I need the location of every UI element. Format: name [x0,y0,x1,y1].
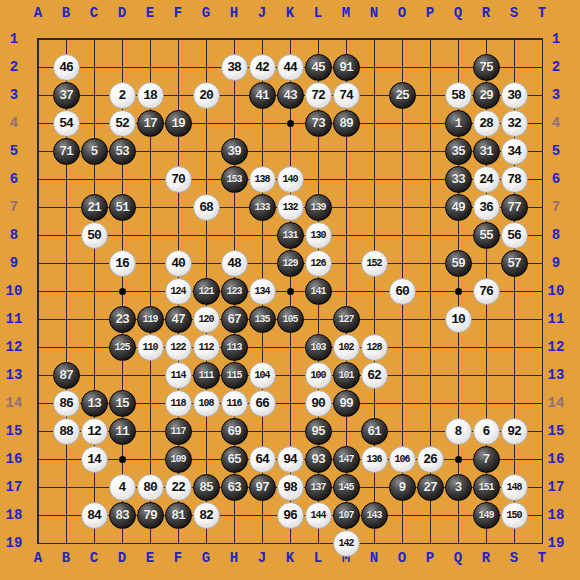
stone-move-number: 1 [455,116,462,131]
stone-move-number: 33 [451,172,465,187]
stone-move-number: 106 [394,454,409,465]
stone-J17: 97 [249,474,276,501]
stone-L14: 90 [305,390,332,417]
stone-F10: 124 [165,278,192,305]
stone-K11: 105 [277,306,304,333]
stone-move-number: 107 [338,510,353,521]
stone-move-number: 110 [142,342,157,353]
stone-K6: 140 [277,166,304,193]
stone-Q6: 33 [445,166,472,193]
stone-move-number: 73 [311,116,325,131]
stone-K7: 132 [277,194,304,221]
stone-S8: 56 [501,222,528,249]
stone-R17: 151 [473,474,500,501]
stone-H6: 153 [221,166,248,193]
stone-K8: 131 [277,222,304,249]
coord-label-P: P [416,3,444,23]
stone-O10: 60 [389,278,416,305]
stone-move-number: 66 [255,396,269,411]
coord-label-K: K [276,3,304,23]
stone-K17: 98 [277,474,304,501]
coord-label-A: A [24,3,52,23]
stone-Q4: 1 [445,110,472,137]
stone-J13: 104 [249,362,276,389]
stone-move-number: 35 [451,144,465,159]
stone-move-number: 32 [507,116,521,131]
stone-move-number: 86 [59,396,73,411]
stone-move-number: 82 [199,508,213,523]
stone-S15: 92 [501,418,528,445]
stone-move-number: 12 [87,424,101,439]
stone-L9: 126 [305,250,332,277]
stone-G18: 82 [193,502,220,529]
star-point-D16 [119,456,126,463]
stone-G11: 120 [193,306,220,333]
stone-D9: 16 [109,250,136,277]
stone-move-number: 71 [59,144,73,159]
stone-move-number: 49 [451,200,465,215]
stone-K16: 94 [277,446,304,473]
stone-B15: 88 [53,418,80,445]
stone-move-number: 36 [479,200,493,215]
stone-move-number: 81 [171,508,185,523]
stone-move-number: 47 [171,312,185,327]
stone-F4: 19 [165,110,192,137]
coord-label-G: G [192,3,220,23]
stone-Q3: 58 [445,82,472,109]
stone-move-number: 52 [115,116,129,131]
stone-D15: 11 [109,418,136,445]
stone-move-number: 74 [339,88,353,103]
stone-H11: 67 [221,306,248,333]
stone-move-number: 64 [255,452,269,467]
stone-F9: 40 [165,250,192,277]
stone-move-number: 94 [283,452,297,467]
stone-move-number: 89 [339,116,353,131]
stone-L15: 95 [305,418,332,445]
stone-S9: 57 [501,250,528,277]
coord-label-Q: Q [444,3,472,23]
stone-move-number: 19 [171,116,185,131]
stone-move-number: 88 [59,424,73,439]
stone-move-number: 13 [87,396,101,411]
stone-D11: 23 [109,306,136,333]
stone-move-number: 111 [198,370,213,381]
stone-L8: 130 [305,222,332,249]
stone-C8: 50 [81,222,108,249]
stone-move-number: 43 [283,88,297,103]
stone-C5: 5 [81,138,108,165]
stone-move-number: 63 [227,480,241,495]
stone-R2: 75 [473,54,500,81]
stone-Q15: 8 [445,418,472,445]
stone-L2: 45 [305,54,332,81]
stone-move-number: 118 [170,398,185,409]
stone-R5: 31 [473,138,500,165]
stone-move-number: 31 [479,144,493,159]
stone-move-number: 6 [483,424,490,439]
stone-Q7: 49 [445,194,472,221]
stone-move-number: 37 [59,88,73,103]
stone-L16: 93 [305,446,332,473]
stone-N13: 62 [361,362,388,389]
stone-move-number: 75 [479,60,493,75]
stone-move-number: 57 [507,256,521,271]
stone-B4: 54 [53,110,80,137]
stone-move-number: 127 [338,314,353,325]
stone-move-number: 15 [115,396,129,411]
stone-move-number: 58 [451,88,465,103]
stone-R7: 36 [473,194,500,221]
stone-move-number: 131 [282,230,297,241]
stone-move-number: 142 [338,538,353,549]
stone-L4: 73 [305,110,332,137]
stone-R16: 7 [473,446,500,473]
stone-P17: 27 [417,474,444,501]
stone-move-number: 22 [171,480,185,495]
stone-L18: 144 [305,502,332,529]
coord-label-N: N [360,3,388,23]
stone-move-number: 50 [87,228,101,243]
stone-F14: 118 [165,390,192,417]
stone-J16: 64 [249,446,276,473]
stone-move-number: 40 [171,256,185,271]
stone-move-number: 133 [254,202,269,213]
star-point-Q10 [455,288,462,295]
stone-H15: 69 [221,418,248,445]
stone-move-number: 39 [227,144,241,159]
stone-move-number: 16 [115,256,129,271]
stone-H9: 48 [221,250,248,277]
stone-move-number: 151 [478,482,493,493]
stone-move-number: 54 [59,116,73,131]
stone-M3: 74 [333,82,360,109]
stone-B13: 87 [53,362,80,389]
stone-move-number: 56 [507,228,521,243]
stone-L12: 103 [305,334,332,361]
stone-move-number: 138 [254,174,269,185]
stone-move-number: 11 [115,424,129,439]
stone-R10: 76 [473,278,500,305]
stone-E3: 18 [137,82,164,109]
stone-C16: 14 [81,446,108,473]
stone-L7: 139 [305,194,332,221]
stone-move-number: 23 [115,312,129,327]
stone-D4: 52 [109,110,136,137]
coord-label-E: E [136,3,164,23]
stone-H14: 116 [221,390,248,417]
stone-H10: 123 [221,278,248,305]
stone-move-number: 65 [227,452,241,467]
stone-move-number: 132 [282,202,297,213]
stone-move-number: 8 [455,424,462,439]
stone-move-number: 122 [170,342,185,353]
stone-J2: 42 [249,54,276,81]
stone-move-number: 135 [254,314,269,325]
stone-R3: 29 [473,82,500,109]
stone-move-number: 97 [255,480,269,495]
stone-B3: 37 [53,82,80,109]
coord-label-J: J [248,3,276,23]
stone-move-number: 61 [367,424,381,439]
stone-move-number: 112 [198,342,213,353]
stone-move-number: 26 [423,452,437,467]
stone-move-number: 105 [282,314,297,325]
stone-move-number: 38 [227,60,241,75]
stone-move-number: 91 [339,60,353,75]
stone-move-number: 130 [310,230,325,241]
stone-move-number: 9 [399,480,406,495]
stone-move-number: 128 [366,342,381,353]
stone-move-number: 93 [311,452,325,467]
stone-move-number: 152 [366,258,381,269]
stone-O3: 25 [389,82,416,109]
stone-move-number: 109 [170,454,185,465]
stone-M16: 147 [333,446,360,473]
stone-L3: 72 [305,82,332,109]
stone-move-number: 95 [311,424,325,439]
stone-move-number: 34 [507,144,521,159]
star-point-Q16 [455,456,462,463]
stone-move-number: 85 [199,480,213,495]
stone-move-number: 77 [507,200,521,215]
stone-H2: 38 [221,54,248,81]
stone-move-number: 53 [115,144,129,159]
stone-N15: 61 [361,418,388,445]
stone-move-number: 4 [119,480,126,495]
stone-B2: 46 [53,54,80,81]
stone-N12: 128 [361,334,388,361]
stone-move-number: 44 [283,60,297,75]
stone-F12: 122 [165,334,192,361]
stone-O16: 106 [389,446,416,473]
star-point-K10 [287,288,294,295]
stone-D3: 2 [109,82,136,109]
stone-G14: 108 [193,390,220,417]
go-board-frame: ABCDEFGHJKLMNOPQRST ABCDEFGHJKLMNOPQRST … [0,0,580,580]
stone-S17: 148 [501,474,528,501]
stone-move-number: 30 [507,88,521,103]
stone-M14: 99 [333,390,360,417]
stone-move-number: 92 [507,424,521,439]
stone-move-number: 46 [59,60,73,75]
stone-H5: 39 [221,138,248,165]
stone-move-number: 83 [115,508,129,523]
stone-move-number: 136 [366,454,381,465]
stone-M18: 107 [333,502,360,529]
stone-move-number: 103 [310,342,325,353]
stone-move-number: 108 [198,398,213,409]
stone-K9: 129 [277,250,304,277]
stone-L10: 141 [305,278,332,305]
stone-E12: 110 [137,334,164,361]
coord-label-C: C [80,3,108,23]
stone-move-number: 17 [143,116,157,131]
stone-Q17: 3 [445,474,472,501]
stone-move-number: 148 [506,482,521,493]
stone-C18: 84 [81,502,108,529]
stone-N9: 152 [361,250,388,277]
coord-label-H: H [220,3,248,23]
stone-F13: 114 [165,362,192,389]
stone-move-number: 25 [395,88,409,103]
stone-move-number: 143 [366,510,381,521]
stone-move-number: 20 [199,88,213,103]
stone-move-number: 137 [310,482,325,493]
stone-F16: 109 [165,446,192,473]
stone-L13: 100 [305,362,332,389]
stone-M12: 102 [333,334,360,361]
stone-move-number: 100 [310,370,325,381]
stone-move-number: 98 [283,480,297,495]
stone-move-number: 90 [311,396,325,411]
stone-move-number: 102 [338,342,353,353]
stone-move-number: 149 [478,510,493,521]
coord-label-D: D [108,3,136,23]
stone-N16: 136 [361,446,388,473]
coord-label-L: L [304,3,332,23]
stone-move-number: 115 [226,370,241,381]
stone-R15: 6 [473,418,500,445]
stone-move-number: 62 [367,368,381,383]
stone-B14: 86 [53,390,80,417]
stone-J11: 135 [249,306,276,333]
coord-label-R: R [472,3,500,23]
stone-move-number: 79 [143,508,157,523]
stone-H16: 65 [221,446,248,473]
stone-move-number: 18 [143,88,157,103]
stone-R6: 24 [473,166,500,193]
stone-Q11: 10 [445,306,472,333]
stone-K18: 96 [277,502,304,529]
stone-move-number: 3 [455,480,462,495]
stone-move-number: 14 [87,452,101,467]
stone-move-number: 72 [311,88,325,103]
stone-F15: 117 [165,418,192,445]
stone-move-number: 104 [254,370,269,381]
stone-G10: 121 [193,278,220,305]
stone-E17: 80 [137,474,164,501]
stone-move-number: 120 [198,314,213,325]
stone-H13: 115 [221,362,248,389]
stone-G13: 111 [193,362,220,389]
stone-C14: 13 [81,390,108,417]
stone-G7: 68 [193,194,220,221]
stone-move-number: 129 [282,258,297,269]
stone-move-number: 116 [226,398,241,409]
stone-move-number: 119 [142,314,157,325]
stone-H17: 63 [221,474,248,501]
stone-R18: 149 [473,502,500,529]
stone-move-number: 59 [451,256,465,271]
stone-move-number: 69 [227,424,241,439]
coord-label-F: F [164,3,192,23]
stone-D17: 4 [109,474,136,501]
stone-S7: 77 [501,194,528,221]
stone-move-number: 147 [338,454,353,465]
stone-D14: 15 [109,390,136,417]
coord-label-M: M [332,3,360,23]
stone-F6: 70 [165,166,192,193]
stone-M19: 142 [333,530,360,557]
stone-move-number: 78 [507,172,521,187]
stone-D18: 83 [109,502,136,529]
stone-M2: 91 [333,54,360,81]
stone-move-number: 87 [59,368,73,383]
stone-move-number: 141 [310,286,325,297]
stone-move-number: 76 [479,284,493,299]
stone-S5: 34 [501,138,528,165]
stone-E11: 119 [137,306,164,333]
stone-move-number: 134 [254,286,269,297]
stone-move-number: 27 [423,480,437,495]
stone-move-number: 68 [199,200,213,215]
stone-move-number: 126 [310,258,325,269]
stone-M17: 145 [333,474,360,501]
stone-J6: 138 [249,166,276,193]
stone-move-number: 125 [114,342,129,353]
stone-M13: 101 [333,362,360,389]
stone-move-number: 24 [479,172,493,187]
stone-move-number: 121 [198,286,213,297]
stone-P16: 26 [417,446,444,473]
stone-G12: 112 [193,334,220,361]
stone-O17: 9 [389,474,416,501]
stone-move-number: 114 [170,370,185,381]
stone-R8: 55 [473,222,500,249]
stone-move-number: 55 [479,228,493,243]
stone-M11: 127 [333,306,360,333]
stone-H12: 113 [221,334,248,361]
stone-move-number: 113 [226,342,241,353]
stone-Q5: 35 [445,138,472,165]
stone-E4: 17 [137,110,164,137]
star-point-K4 [287,120,294,127]
coord-label-B: B [52,3,80,23]
stone-D5: 53 [109,138,136,165]
stone-J7: 133 [249,194,276,221]
stone-K3: 43 [277,82,304,109]
stone-move-number: 101 [338,370,353,381]
stone-S6: 78 [501,166,528,193]
stone-move-number: 67 [227,312,241,327]
stone-move-number: 96 [283,508,297,523]
stone-B5: 71 [53,138,80,165]
stone-J10: 134 [249,278,276,305]
stone-J3: 41 [249,82,276,109]
stone-R4: 28 [473,110,500,137]
go-board-grid[interactable]: 1234567891011121314151617181920212223242… [24,25,556,557]
stone-move-number: 153 [226,174,241,185]
stone-move-number: 124 [170,286,185,297]
stone-move-number: 10 [451,312,465,327]
stone-K2: 44 [277,54,304,81]
stone-move-number: 80 [143,480,157,495]
stone-E18: 79 [137,502,164,529]
stone-move-number: 70 [171,172,185,187]
star-point-D10 [119,288,126,295]
stone-move-number: 7 [483,452,490,467]
stone-move-number: 123 [226,286,241,297]
stone-move-number: 84 [87,508,101,523]
stone-move-number: 45 [311,60,325,75]
stone-S18: 150 [501,502,528,529]
stone-move-number: 139 [310,202,325,213]
column-labels-top: ABCDEFGHJKLMNOPQRST [24,3,556,23]
stone-move-number: 150 [506,510,521,521]
stone-C15: 12 [81,418,108,445]
coord-label-T: T [528,3,556,23]
